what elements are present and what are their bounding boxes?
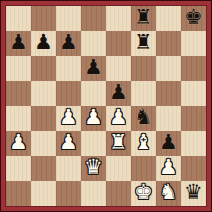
square-f6[interactable]: [131, 56, 156, 81]
white-pawn-piece[interactable]: ♟: [159, 156, 178, 180]
square-h8[interactable]: ♚: [181, 6, 206, 31]
square-d7[interactable]: [81, 31, 106, 56]
square-b5[interactable]: [31, 81, 56, 106]
square-b3[interactable]: [31, 131, 56, 156]
white-queen-piece[interactable]: ♛: [84, 156, 103, 180]
board-frame: ♜♚♟♟♟♜♟♟♟♟♟♞♟♟♜♝♟♛♟♚♞♛: [0, 0, 212, 212]
square-a4[interactable]: [6, 106, 31, 131]
square-c4[interactable]: ♟: [56, 106, 81, 131]
black-queen-piece[interactable]: ♛: [184, 181, 203, 205]
black-rook-piece[interactable]: ♜: [134, 31, 153, 55]
square-e1[interactable]: [106, 181, 131, 206]
square-b8[interactable]: [31, 6, 56, 31]
white-pawn-piece[interactable]: ♟: [59, 131, 78, 155]
square-e3[interactable]: ♜: [106, 131, 131, 156]
white-rook-piece[interactable]: ♜: [109, 131, 128, 155]
square-h6[interactable]: [181, 56, 206, 81]
square-g5[interactable]: [156, 81, 181, 106]
square-c7[interactable]: ♟: [56, 31, 81, 56]
white-pawn-piece[interactable]: ♟: [9, 131, 28, 155]
square-a1[interactable]: [6, 181, 31, 206]
square-e5[interactable]: ♟: [106, 81, 131, 106]
square-d3[interactable]: [81, 131, 106, 156]
square-f7[interactable]: ♜: [131, 31, 156, 56]
square-e4[interactable]: ♟: [106, 106, 131, 131]
black-pawn-piece[interactable]: ♟: [59, 31, 78, 55]
square-e6[interactable]: [106, 56, 131, 81]
square-c3[interactable]: ♟: [56, 131, 81, 156]
square-f2[interactable]: [131, 156, 156, 181]
square-f4[interactable]: ♞: [131, 106, 156, 131]
square-g3[interactable]: ♟: [156, 131, 181, 156]
square-d1[interactable]: [81, 181, 106, 206]
square-a5[interactable]: [6, 81, 31, 106]
square-a8[interactable]: [6, 6, 31, 31]
square-h3[interactable]: [181, 131, 206, 156]
square-c6[interactable]: [56, 56, 81, 81]
square-b4[interactable]: [31, 106, 56, 131]
square-e8[interactable]: [106, 6, 131, 31]
black-pawn-piece[interactable]: ♟: [109, 81, 128, 105]
square-a2[interactable]: [6, 156, 31, 181]
white-knight-piece[interactable]: ♞: [159, 181, 178, 205]
square-f5[interactable]: [131, 81, 156, 106]
square-c5[interactable]: [56, 81, 81, 106]
square-g7[interactable]: [156, 31, 181, 56]
white-king-piece[interactable]: ♚: [134, 181, 153, 205]
white-pawn-piece[interactable]: ♟: [84, 106, 103, 130]
square-h7[interactable]: [181, 31, 206, 56]
white-bishop-piece[interactable]: ♝: [134, 131, 153, 155]
black-pawn-piece[interactable]: ♟: [9, 31, 28, 55]
square-a6[interactable]: [6, 56, 31, 81]
square-e2[interactable]: [106, 156, 131, 181]
square-d2[interactable]: ♛: [81, 156, 106, 181]
chess-board: ♜♚♟♟♟♜♟♟♟♟♟♞♟♟♜♝♟♛♟♚♞♛: [6, 6, 206, 206]
white-pawn-piece[interactable]: ♟: [59, 106, 78, 130]
square-b2[interactable]: [31, 156, 56, 181]
square-c8[interactable]: [56, 6, 81, 31]
black-knight-piece[interactable]: ♞: [134, 106, 153, 130]
square-b6[interactable]: [31, 56, 56, 81]
white-pawn-piece[interactable]: ♟: [109, 106, 128, 130]
square-f3[interactable]: ♝: [131, 131, 156, 156]
square-d8[interactable]: [81, 6, 106, 31]
square-h2[interactable]: [181, 156, 206, 181]
square-d4[interactable]: ♟: [81, 106, 106, 131]
square-c2[interactable]: [56, 156, 81, 181]
square-f8[interactable]: ♜: [131, 6, 156, 31]
square-g2[interactable]: ♟: [156, 156, 181, 181]
square-f1[interactable]: ♚: [131, 181, 156, 206]
square-a3[interactable]: ♟: [6, 131, 31, 156]
square-c1[interactable]: [56, 181, 81, 206]
square-d5[interactable]: [81, 81, 106, 106]
black-king-piece[interactable]: ♚: [184, 6, 203, 30]
square-e7[interactable]: [106, 31, 131, 56]
square-a7[interactable]: ♟: [6, 31, 31, 56]
square-h4[interactable]: [181, 106, 206, 131]
square-h5[interactable]: [181, 81, 206, 106]
black-pawn-piece[interactable]: ♟: [34, 31, 53, 55]
black-pawn-piece[interactable]: ♟: [84, 56, 103, 80]
square-b1[interactable]: [31, 181, 56, 206]
square-g1[interactable]: ♞: [156, 181, 181, 206]
square-h1[interactable]: ♛: [181, 181, 206, 206]
square-b7[interactable]: ♟: [31, 31, 56, 56]
square-g8[interactable]: [156, 6, 181, 31]
square-g6[interactable]: [156, 56, 181, 81]
square-g4[interactable]: [156, 106, 181, 131]
black-pawn-piece[interactable]: ♟: [159, 131, 178, 155]
black-rook-piece[interactable]: ♜: [134, 6, 153, 30]
square-d6[interactable]: ♟: [81, 56, 106, 81]
